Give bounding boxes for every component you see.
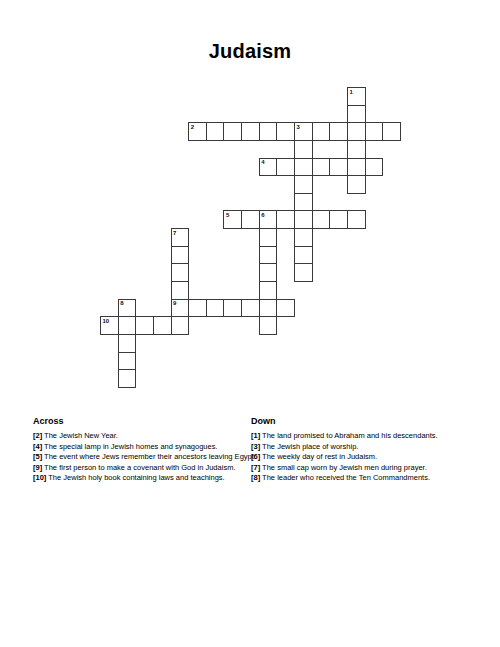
grid-cell-r5c14[interactable]: [347, 175, 366, 194]
grid-cell-r16c1[interactable]: [118, 369, 137, 388]
cell-number-7: 7: [173, 230, 176, 236]
clue-number: [10]: [33, 473, 46, 482]
clue-down-6: [6] The weekly day of rest in Judaism.: [251, 452, 467, 463]
grid-cell-r2c16[interactable]: [382, 122, 401, 141]
clue-across-10: [10] The Jewish holy book containing law…: [33, 473, 265, 484]
clue-across-9: [9] The first person to make a covenant …: [33, 463, 265, 474]
cell-number-1: 1: [349, 89, 352, 95]
grid-cell-r4c13[interactable]: [329, 158, 348, 177]
clue-down-8: [8] The leader who received the Ten Comm…: [251, 473, 467, 484]
grid-cell-r13c0[interactable]: 10: [100, 316, 119, 335]
down-clue-list: [1] The land promised to Abraham and his…: [251, 431, 467, 484]
grid-cell-r10c11[interactable]: [294, 263, 313, 282]
grid-cell-r4c12[interactable]: [312, 158, 331, 177]
grid-cell-r13c3[interactable]: [153, 316, 172, 335]
grid-cell-r2c12[interactable]: [312, 122, 331, 141]
clue-number: [2]: [33, 431, 42, 440]
grid-cell-r10c4[interactable]: [171, 263, 190, 282]
clue-across-2: [2] The Jewish New Year.: [33, 431, 265, 442]
cell-number-4: 4: [261, 159, 264, 165]
cell-number-6: 6: [261, 212, 264, 218]
grid-cell-r2c14[interactable]: [347, 122, 366, 141]
clue-number: [5]: [33, 452, 42, 461]
clue-down-1: [1] The land promised to Abraham and his…: [251, 431, 467, 442]
grid-cell-r7c11[interactable]: [294, 210, 313, 229]
grid-cell-r4c11[interactable]: [294, 158, 313, 177]
clue-down-3: [3] The Jewish place of worship.: [251, 442, 467, 453]
grid-cell-r11c4[interactable]: [171, 281, 190, 300]
grid-cell-r1c14[interactable]: [347, 105, 366, 124]
grid-cell-r2c5[interactable]: 2: [188, 122, 207, 141]
grid-cell-r9c4[interactable]: [171, 246, 190, 265]
grid-cell-r4c15[interactable]: [365, 158, 384, 177]
clue-down-7: [7] The small cap worn by Jewish men dur…: [251, 463, 467, 474]
cell-number-3: 3: [297, 124, 300, 130]
worksheet-page: Judaism 12345678910 Across [2] The Jewis…: [0, 0, 500, 647]
clue-number: [7]: [251, 463, 260, 472]
grid-cell-r13c9[interactable]: [259, 316, 278, 335]
grid-cell-r8c11[interactable]: [294, 228, 313, 247]
grid-cell-r7c9[interactable]: 6: [259, 210, 278, 229]
cell-number-2: 2: [191, 124, 194, 130]
grid-cell-r12c6[interactable]: [206, 299, 225, 318]
grid-cell-r12c9[interactable]: [259, 299, 278, 318]
grid-cell-r4c10[interactable]: [276, 158, 295, 177]
cell-number-9: 9: [173, 300, 176, 306]
clue-number: [6]: [251, 452, 260, 461]
grid-cell-r9c11[interactable]: [294, 246, 313, 265]
across-clue-list: [2] The Jewish New Year.[4] The special …: [33, 431, 265, 484]
cell-number-5: 5: [226, 212, 229, 218]
grid-cell-r2c13[interactable]: [329, 122, 348, 141]
grid-cell-r12c10[interactable]: [276, 299, 295, 318]
clue-number: [3]: [251, 442, 260, 451]
clue-number: [1]: [251, 431, 260, 440]
crossword-grid: 12345678910: [100, 87, 401, 388]
grid-cell-r15c1[interactable]: [118, 352, 137, 371]
down-header: Down: [251, 416, 467, 426]
clue-number: [8]: [251, 473, 260, 482]
grid-cell-r7c10[interactable]: [276, 210, 295, 229]
grid-cell-r6c11[interactable]: [294, 193, 313, 212]
grid-cell-r12c7[interactable]: [223, 299, 242, 318]
grid-cell-r7c14[interactable]: [347, 210, 366, 229]
grid-cell-r2c11[interactable]: 3: [294, 122, 313, 141]
clue-number: [4]: [33, 442, 42, 451]
down-clues-section: Down [1] The land promised to Abraham an…: [251, 416, 467, 484]
grid-cell-r5c11[interactable]: [294, 175, 313, 194]
grid-cell-r14c1[interactable]: [118, 334, 137, 353]
clue-across-5: [5] The event where Jews remember their …: [33, 452, 265, 463]
clue-number: [9]: [33, 463, 42, 472]
grid-cell-r12c8[interactable]: [241, 299, 260, 318]
grid-cell-r7c12[interactable]: [312, 210, 331, 229]
grid-cell-r7c13[interactable]: [329, 210, 348, 229]
grid-cell-r7c7[interactable]: 5: [223, 210, 242, 229]
grid-cell-r3c11[interactable]: [294, 140, 313, 159]
grid-cell-r4c14[interactable]: [347, 158, 366, 177]
grid-cell-r13c1[interactable]: [118, 316, 137, 335]
grid-cell-r11c9[interactable]: [259, 281, 278, 300]
across-header: Across: [33, 416, 265, 426]
grid-cell-r3c14[interactable]: [347, 140, 366, 159]
grid-cell-r9c9[interactable]: [259, 246, 278, 265]
grid-cell-r13c4[interactable]: [171, 316, 190, 335]
grid-cell-r2c10[interactable]: [276, 122, 295, 141]
grid-cell-r0c14[interactable]: 1: [347, 87, 366, 106]
grid-cell-r2c8[interactable]: [241, 122, 260, 141]
grid-cell-r2c15[interactable]: [365, 122, 384, 141]
grid-cell-r12c1[interactable]: 8: [118, 299, 137, 318]
grid-cell-r13c2[interactable]: [135, 316, 154, 335]
clue-across-4: [4] The special lamp in Jewish homes and…: [33, 442, 265, 453]
grid-cell-r12c5[interactable]: [188, 299, 207, 318]
cell-number-8: 8: [120, 300, 123, 306]
puzzle-title: Judaism: [0, 40, 500, 63]
grid-cell-r8c9[interactable]: [259, 228, 278, 247]
grid-cell-r4c9[interactable]: 4: [259, 158, 278, 177]
grid-cell-r2c9[interactable]: [259, 122, 278, 141]
cell-number-10: 10: [103, 318, 110, 324]
grid-cell-r2c6[interactable]: [206, 122, 225, 141]
grid-cell-r2c7[interactable]: [223, 122, 242, 141]
grid-cell-r10c9[interactable]: [259, 263, 278, 282]
grid-cell-r12c4[interactable]: 9: [171, 299, 190, 318]
grid-cell-r8c4[interactable]: 7: [171, 228, 190, 247]
across-clues-section: Across [2] The Jewish New Year.[4] The s…: [33, 416, 265, 484]
grid-cell-r7c8[interactable]: [241, 210, 260, 229]
